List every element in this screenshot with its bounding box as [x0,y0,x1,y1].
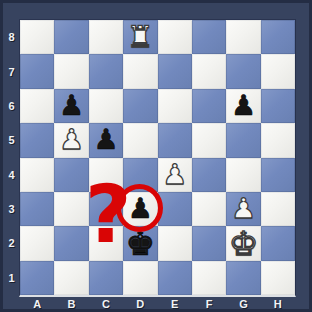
square-a8[interactable] [20,20,54,54]
square-e4[interactable]: ♟ [158,158,192,192]
square-b6[interactable]: ♟ [54,89,88,123]
square-f4[interactable] [192,158,226,192]
square-c5[interactable]: ♟ [89,123,123,157]
square-f7[interactable] [192,54,226,88]
square-f2[interactable] [192,226,226,260]
question-mark-annotation: ? [85,175,131,255]
square-g7[interactable] [226,54,260,88]
square-f5[interactable] [192,123,226,157]
rank-label-1: 1 [3,261,20,295]
white-pawn[interactable]: ♟ [231,195,256,223]
square-h6[interactable] [261,89,295,123]
file-labels: ABCDEFGH [20,296,295,312]
square-b4[interactable] [54,158,88,192]
file-label-b: B [54,296,88,312]
file-label-d: D [123,296,157,312]
square-a4[interactable] [20,158,54,192]
square-d7[interactable] [123,54,157,88]
square-e1[interactable] [158,261,192,295]
square-f8[interactable] [192,20,226,54]
square-h7[interactable] [261,54,295,88]
chess-board-panel: 87654321 ♜♟♟♟♟♟♟♟♚♚ ABCDEFGH ? [0,0,312,312]
square-e8[interactable] [158,20,192,54]
square-e7[interactable] [158,54,192,88]
square-d8[interactable]: ♜ [123,20,157,54]
square-b1[interactable] [54,261,88,295]
square-a6[interactable] [20,89,54,123]
file-label-c: C [89,296,123,312]
square-c8[interactable] [89,20,123,54]
file-label-g: G [226,296,260,312]
square-f3[interactable] [192,192,226,226]
white-pawn[interactable]: ♟ [59,126,84,154]
rank-label-5: 5 [3,123,20,157]
square-g4[interactable] [226,158,260,192]
square-h1[interactable] [261,261,295,295]
square-h8[interactable] [261,20,295,54]
white-pawn[interactable]: ♟ [162,161,187,189]
black-pawn[interactable]: ♟ [93,126,118,154]
rank-label-8: 8 [3,20,20,54]
white-king[interactable]: ♚ [229,227,259,260]
rank-label-2: 2 [3,226,20,260]
square-e5[interactable] [158,123,192,157]
square-a7[interactable] [20,54,54,88]
square-h4[interactable] [261,158,295,192]
square-h3[interactable] [261,192,295,226]
rank-label-7: 7 [3,54,20,88]
square-g8[interactable] [226,20,260,54]
square-f6[interactable] [192,89,226,123]
file-label-h: H [261,296,295,312]
rank-label-3: 3 [3,192,20,226]
square-a3[interactable] [20,192,54,226]
square-c7[interactable] [89,54,123,88]
square-h5[interactable] [261,123,295,157]
square-g6[interactable]: ♟ [226,89,260,123]
square-a5[interactable] [20,123,54,157]
square-b2[interactable] [54,226,88,260]
black-pawn[interactable]: ♟ [59,92,84,120]
square-g5[interactable] [226,123,260,157]
square-b7[interactable] [54,54,88,88]
white-rook[interactable]: ♜ [127,22,154,52]
square-c1[interactable] [89,261,123,295]
square-d6[interactable] [123,89,157,123]
square-f1[interactable] [192,261,226,295]
file-label-e: E [158,296,192,312]
square-a2[interactable] [20,226,54,260]
file-label-f: F [192,296,226,312]
square-g1[interactable] [226,261,260,295]
square-g3[interactable]: ♟ [226,192,260,226]
square-b8[interactable] [54,20,88,54]
rank-labels: 87654321 [3,20,20,295]
file-label-a: A [20,296,54,312]
square-a1[interactable] [20,261,54,295]
square-b5[interactable]: ♟ [54,123,88,157]
square-d5[interactable] [123,123,157,157]
square-d1[interactable] [123,261,157,295]
square-g2[interactable]: ♚ [226,226,260,260]
square-e2[interactable] [158,226,192,260]
square-e6[interactable] [158,89,192,123]
rank-label-6: 6 [3,89,20,123]
square-b3[interactable] [54,192,88,226]
square-c6[interactable] [89,89,123,123]
black-pawn[interactable]: ♟ [231,92,256,120]
chess-board[interactable]: ♜♟♟♟♟♟♟♟♚♚ [19,19,296,297]
square-h2[interactable] [261,226,295,260]
rank-label-4: 4 [3,158,20,192]
